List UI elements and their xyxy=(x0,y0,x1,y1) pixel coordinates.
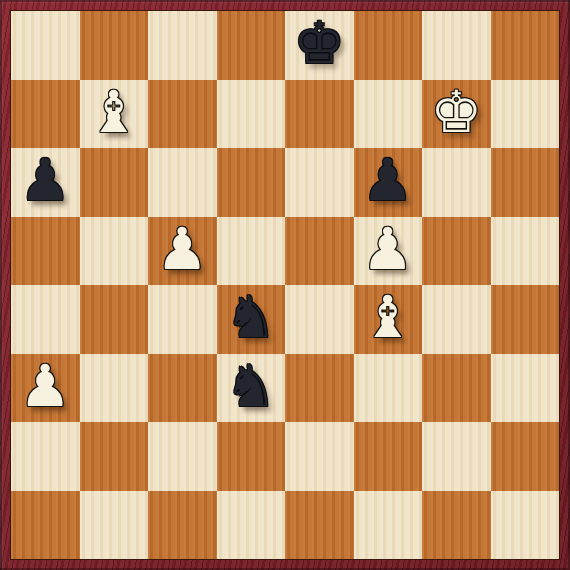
square-d1[interactable] xyxy=(217,491,286,560)
square-e7[interactable] xyxy=(285,80,354,149)
white-bishop-b7[interactable]: ♝ xyxy=(88,78,140,146)
square-b6[interactable] xyxy=(80,148,149,217)
square-g4[interactable] xyxy=(422,285,491,354)
square-f4[interactable]: ♝ xyxy=(354,285,423,354)
square-d2[interactable] xyxy=(217,422,286,491)
square-e8[interactable]: ♚ xyxy=(285,11,354,80)
square-d3[interactable]: ♞ xyxy=(217,354,286,423)
square-c4[interactable] xyxy=(148,285,217,354)
square-f8[interactable] xyxy=(354,11,423,80)
black-knight-d4[interactable]: ♞ xyxy=(225,283,277,351)
square-b4[interactable] xyxy=(80,285,149,354)
square-h5[interactable] xyxy=(491,217,560,286)
white-pawn-a3[interactable]: ♟ xyxy=(19,352,71,420)
square-c7[interactable] xyxy=(148,80,217,149)
white-pawn-c5[interactable]: ♟ xyxy=(156,215,208,283)
square-c1[interactable] xyxy=(148,491,217,560)
square-e4[interactable] xyxy=(285,285,354,354)
square-a3[interactable]: ♟ xyxy=(11,354,80,423)
square-d8[interactable] xyxy=(217,11,286,80)
square-h2[interactable] xyxy=(491,422,560,491)
square-h6[interactable] xyxy=(491,148,560,217)
white-bishop-f4[interactable]: ♝ xyxy=(362,283,414,351)
white-king-g7[interactable]: ♚ xyxy=(430,78,482,146)
black-pawn-a6[interactable]: ♟ xyxy=(19,146,71,214)
square-e6[interactable] xyxy=(285,148,354,217)
square-d7[interactable] xyxy=(217,80,286,149)
square-g1[interactable] xyxy=(422,491,491,560)
black-knight-d3[interactable]: ♞ xyxy=(225,352,277,420)
square-e5[interactable] xyxy=(285,217,354,286)
chess-board-frame: ♚♝♚♟♟♟♟♞♝♟♞ xyxy=(0,0,570,570)
square-a8[interactable] xyxy=(11,11,80,80)
square-h8[interactable] xyxy=(491,11,560,80)
square-g2[interactable] xyxy=(422,422,491,491)
square-g7[interactable]: ♚ xyxy=(422,80,491,149)
square-a4[interactable] xyxy=(11,285,80,354)
square-f6[interactable]: ♟ xyxy=(354,148,423,217)
square-d5[interactable] xyxy=(217,217,286,286)
square-g6[interactable] xyxy=(422,148,491,217)
square-h7[interactable] xyxy=(491,80,560,149)
black-king-e8[interactable]: ♚ xyxy=(293,9,345,77)
square-h4[interactable] xyxy=(491,285,560,354)
square-f1[interactable] xyxy=(354,491,423,560)
square-a5[interactable] xyxy=(11,217,80,286)
square-e3[interactable] xyxy=(285,354,354,423)
square-a1[interactable] xyxy=(11,491,80,560)
square-b5[interactable] xyxy=(80,217,149,286)
black-pawn-f6[interactable]: ♟ xyxy=(362,146,414,214)
square-h1[interactable] xyxy=(491,491,560,560)
square-g8[interactable] xyxy=(422,11,491,80)
square-f7[interactable] xyxy=(354,80,423,149)
square-g3[interactable] xyxy=(422,354,491,423)
chess-board: ♚♝♚♟♟♟♟♞♝♟♞ xyxy=(10,10,560,560)
white-pawn-f5[interactable]: ♟ xyxy=(362,215,414,283)
square-c8[interactable] xyxy=(148,11,217,80)
square-e1[interactable] xyxy=(285,491,354,560)
square-d4[interactable]: ♞ xyxy=(217,285,286,354)
square-b2[interactable] xyxy=(80,422,149,491)
square-a2[interactable] xyxy=(11,422,80,491)
square-d6[interactable] xyxy=(217,148,286,217)
square-f2[interactable] xyxy=(354,422,423,491)
square-h3[interactable] xyxy=(491,354,560,423)
square-c6[interactable] xyxy=(148,148,217,217)
square-c5[interactable]: ♟ xyxy=(148,217,217,286)
square-b1[interactable] xyxy=(80,491,149,560)
square-b3[interactable] xyxy=(80,354,149,423)
square-f3[interactable] xyxy=(354,354,423,423)
square-b7[interactable]: ♝ xyxy=(80,80,149,149)
square-a6[interactable]: ♟ xyxy=(11,148,80,217)
square-f5[interactable]: ♟ xyxy=(354,217,423,286)
square-c3[interactable] xyxy=(148,354,217,423)
square-e2[interactable] xyxy=(285,422,354,491)
square-b8[interactable] xyxy=(80,11,149,80)
square-a7[interactable] xyxy=(11,80,80,149)
square-c2[interactable] xyxy=(148,422,217,491)
square-g5[interactable] xyxy=(422,217,491,286)
